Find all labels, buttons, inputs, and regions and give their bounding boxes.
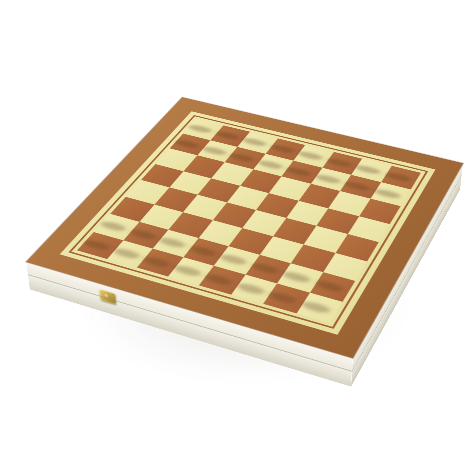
white-rook-icon: ♜ [302, 243, 338, 311]
brass-clasp-icon [100, 290, 117, 305]
white-knight-icon: ♞ [268, 229, 306, 301]
product-photo: ♜♞♝♛♚♝♞♜♟♟♟♟♟♟♟♟♟♟♟♟♟♟♟♟♜♞♝♛♚♝♞♜ [0, 0, 470, 470]
